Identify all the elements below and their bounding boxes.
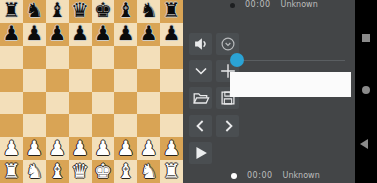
square-h5[interactable] [160,69,183,92]
square-f7[interactable]: ♟ [114,23,137,46]
square-h7[interactable]: ♟ [160,23,183,46]
square-h4[interactable] [160,92,183,115]
square-e8[interactable]: ♚ [92,0,115,23]
square-d3[interactable] [69,114,92,137]
square-e1[interactable]: ♚ [92,160,115,183]
white-pawn: ♟ [117,138,135,158]
square-d5[interactable] [69,69,92,92]
white-rook: ♜ [2,161,20,181]
square-c4[interactable] [46,92,69,115]
square-f5[interactable] [114,69,137,92]
white-player-row: 00:00 Unknown [231,171,320,181]
move-list[interactable] [230,72,351,97]
white-bishop: ♝ [117,161,135,181]
circled-chevron-down-icon [218,34,238,54]
collapse-button[interactable] [189,60,212,82]
square-a8[interactable]: ♜ [0,0,23,23]
square-f8[interactable]: ♝ [114,0,137,23]
black-pawn: ♟ [163,23,181,43]
black-rook: ♜ [163,0,181,20]
square-a3[interactable] [0,114,23,137]
square-g3[interactable] [137,114,160,137]
white-clock: 00:00 [247,171,273,181]
chess-board: ♜♞♝♛♚♝♞♜♟♟♟♟♟♟♟♟♟♟♟♟♟♟♟♟♜♞♝♛♚♝♞♜ [0,0,183,183]
black-rook: ♜ [2,0,20,20]
square-e2[interactable]: ♟ [92,137,115,160]
square-e3[interactable] [92,114,115,137]
black-bishop: ♝ [48,0,66,20]
black-king: ♚ [94,0,112,20]
recents-square-icon[interactable] [362,34,370,42]
square-d6[interactable] [69,46,92,69]
white-knight: ♞ [140,161,158,181]
square-d8[interactable]: ♛ [69,0,92,23]
chevron-right-icon [218,116,238,136]
square-a7[interactable]: ♟ [0,23,23,46]
square-h2[interactable]: ♟ [160,137,183,160]
black-pawn: ♟ [71,23,89,43]
square-c7[interactable]: ♟ [46,23,69,46]
square-e6[interactable] [92,46,115,69]
black-pawn: ♟ [25,23,43,43]
black-side-dot-icon [230,3,235,8]
square-h8[interactable]: ♜ [160,0,183,23]
white-pawn: ♟ [71,138,89,158]
square-b2[interactable]: ♟ [23,137,46,160]
square-b5[interactable] [23,69,46,92]
square-d2[interactable]: ♟ [69,137,92,160]
white-pawn: ♟ [25,138,43,158]
square-b4[interactable] [23,92,46,115]
next-move-button[interactable] [216,115,239,137]
square-c1[interactable]: ♝ [46,160,69,183]
home-circle-icon[interactable] [362,86,370,94]
black-pawn: ♟ [2,23,20,43]
black-pawn: ♟ [94,23,112,43]
square-f2[interactable]: ♟ [114,137,137,160]
black-queen: ♛ [71,0,89,20]
square-f6[interactable] [114,46,137,69]
square-d4[interactable] [69,92,92,115]
play-icon [191,143,211,163]
black-player-name: Unknown [281,0,318,10]
square-c8[interactable]: ♝ [46,0,69,23]
speaker-icon [191,34,211,54]
square-h3[interactable] [160,114,183,137]
square-a2[interactable]: ♟ [0,137,23,160]
square-c3[interactable] [46,114,69,137]
back-triangle-icon[interactable] [360,139,368,149]
white-pawn: ♟ [163,138,181,158]
square-b7[interactable]: ♟ [23,23,46,46]
dropdown-circle-button[interactable] [216,33,239,55]
square-e5[interactable] [92,69,115,92]
square-b3[interactable] [23,114,46,137]
square-h1[interactable]: ♜ [160,160,183,183]
square-g4[interactable] [137,92,160,115]
square-a6[interactable] [0,46,23,69]
white-pawn: ♟ [2,138,20,158]
black-clock: 00:00 [245,0,271,10]
square-c2[interactable]: ♟ [46,137,69,160]
white-pawn: ♟ [94,138,112,158]
open-folder-icon [191,88,211,108]
square-a4[interactable] [0,92,23,115]
white-rook: ♜ [163,161,181,181]
square-g2[interactable]: ♟ [137,137,160,160]
white-queen: ♛ [71,161,89,181]
square-d7[interactable]: ♟ [69,23,92,46]
square-b8[interactable]: ♞ [23,0,46,23]
white-king: ♚ [94,161,112,181]
square-a5[interactable] [0,69,23,92]
play-button[interactable] [189,142,212,164]
square-b1[interactable]: ♞ [23,160,46,183]
chess-app-window: ♜♞♝♛♚♝♞♜♟♟♟♟♟♟♟♟♟♟♟♟♟♟♟♟♜♞♝♛♚♝♞♜ 00:00 U… [0,0,377,183]
volume-button[interactable] [189,33,212,55]
square-c6[interactable] [46,46,69,69]
game-slider-thumb[interactable] [230,53,244,67]
white-player-name: Unknown [283,171,320,181]
square-h6[interactable] [160,46,183,69]
white-knight: ♞ [25,161,43,181]
square-g7[interactable]: ♟ [137,23,160,46]
white-bishop: ♝ [48,161,66,181]
black-bishop: ♝ [117,0,135,20]
black-knight: ♞ [25,0,43,20]
black-knight: ♞ [140,0,158,20]
game-slider-track[interactable] [237,60,345,61]
white-pawn: ♟ [140,138,158,158]
previous-move-button[interactable] [189,115,212,137]
white-pawn: ♟ [48,138,66,158]
black-pawn: ♟ [140,23,158,43]
chevron-left-icon [191,116,211,136]
square-b6[interactable] [23,46,46,69]
black-pawn: ♟ [48,23,66,43]
square-f4[interactable] [114,92,137,115]
black-pawn: ♟ [117,23,135,43]
white-side-dot-icon [231,173,237,179]
black-player-row: 00:00 Unknown [230,0,318,10]
open-file-button[interactable] [189,87,212,109]
square-g1[interactable]: ♞ [137,160,160,183]
square-f3[interactable] [114,114,137,137]
square-e7[interactable]: ♟ [92,23,115,46]
square-c5[interactable] [46,69,69,92]
square-f1[interactable]: ♝ [114,160,137,183]
chevron-down-icon [191,61,211,81]
square-g8[interactable]: ♞ [137,0,160,23]
square-e4[interactable] [92,92,115,115]
square-g6[interactable] [137,46,160,69]
square-d1[interactable]: ♛ [69,160,92,183]
square-a1[interactable]: ♜ [0,160,23,183]
square-g5[interactable] [137,69,160,92]
